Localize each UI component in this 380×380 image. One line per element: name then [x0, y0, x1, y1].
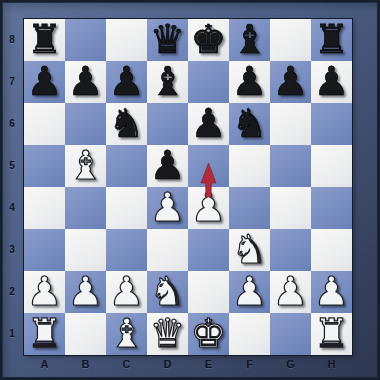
- white-knight-d2: ♞: [150, 271, 186, 311]
- square-h2[interactable]: ♟: [311, 271, 352, 313]
- file-label-c: C: [106, 358, 147, 370]
- square-f2[interactable]: ♟: [229, 271, 270, 313]
- black-knight-c6: ♞: [109, 103, 145, 143]
- chess-board: ♜♛♚♝♜♟♟♟♝♟♟♟♞♟♞♝♟♟♟♞♟♟♟♞♟♟♟♜♝♛♚♜: [24, 19, 352, 355]
- square-h8[interactable]: ♜: [311, 19, 352, 61]
- file-label-b: B: [65, 358, 106, 370]
- square-c6[interactable]: ♞: [106, 103, 147, 145]
- square-c3[interactable]: [106, 229, 147, 271]
- square-d7[interactable]: ♝: [147, 61, 188, 103]
- rank-label-3: 3: [0, 244, 24, 255]
- square-c4[interactable]: [106, 187, 147, 229]
- white-pawn-f2: ♟: [232, 271, 268, 311]
- square-f6[interactable]: ♞: [229, 103, 270, 145]
- square-a6[interactable]: [24, 103, 65, 145]
- square-h4[interactable]: [311, 187, 352, 229]
- rank-label-2: 2: [0, 286, 24, 297]
- square-d6[interactable]: [147, 103, 188, 145]
- square-e1[interactable]: ♚: [188, 313, 229, 355]
- square-c7[interactable]: ♟: [106, 61, 147, 103]
- file-label-e: E: [188, 358, 229, 370]
- square-d1[interactable]: ♛: [147, 313, 188, 355]
- black-pawn-e6: ♟: [191, 103, 227, 143]
- square-h3[interactable]: [311, 229, 352, 271]
- square-b2[interactable]: ♟: [65, 271, 106, 313]
- square-g8[interactable]: [270, 19, 311, 61]
- square-f3[interactable]: ♞: [229, 229, 270, 271]
- square-b5[interactable]: ♝: [65, 145, 106, 187]
- square-e4[interactable]: ♟: [188, 187, 229, 229]
- square-g6[interactable]: [270, 103, 311, 145]
- black-pawn-b7: ♟: [68, 61, 104, 101]
- black-pawn-f7: ♟: [232, 61, 268, 101]
- square-f8[interactable]: ♝: [229, 19, 270, 61]
- square-e7[interactable]: [188, 61, 229, 103]
- square-b4[interactable]: [65, 187, 106, 229]
- file-label-d: D: [147, 358, 188, 370]
- square-b8[interactable]: [65, 19, 106, 61]
- rank-label-6: 6: [0, 118, 24, 129]
- square-g4[interactable]: [270, 187, 311, 229]
- black-bishop-d7: ♝: [150, 61, 186, 101]
- rank-label-8: 8: [0, 34, 24, 45]
- square-b7[interactable]: ♟: [65, 61, 106, 103]
- square-h6[interactable]: [311, 103, 352, 145]
- square-a2[interactable]: ♟: [24, 271, 65, 313]
- square-h1[interactable]: ♜: [311, 313, 352, 355]
- square-h5[interactable]: [311, 145, 352, 187]
- white-king-e1: ♚: [191, 313, 227, 353]
- black-bishop-f8: ♝: [232, 19, 268, 59]
- white-rook-h1: ♜: [314, 313, 350, 353]
- square-d2[interactable]: ♞: [147, 271, 188, 313]
- square-e6[interactable]: ♟: [188, 103, 229, 145]
- square-b1[interactable]: [65, 313, 106, 355]
- square-c1[interactable]: ♝: [106, 313, 147, 355]
- square-b6[interactable]: [65, 103, 106, 145]
- square-d5[interactable]: ♟: [147, 145, 188, 187]
- square-a8[interactable]: ♜: [24, 19, 65, 61]
- square-a1[interactable]: ♜: [24, 313, 65, 355]
- square-f1[interactable]: [229, 313, 270, 355]
- rank-label-7: 7: [0, 76, 24, 87]
- square-e3[interactable]: [188, 229, 229, 271]
- square-d4[interactable]: ♟: [147, 187, 188, 229]
- square-e8[interactable]: ♚: [188, 19, 229, 61]
- black-pawn-a7: ♟: [27, 61, 63, 101]
- square-g7[interactable]: ♟: [270, 61, 311, 103]
- white-knight-f3: ♞: [232, 229, 268, 269]
- black-pawn-c7: ♟: [109, 61, 145, 101]
- black-pawn-d5: ♟: [150, 145, 186, 185]
- square-d8[interactable]: ♛: [147, 19, 188, 61]
- rank-label-5: 5: [0, 160, 24, 171]
- square-a4[interactable]: [24, 187, 65, 229]
- square-f5[interactable]: [229, 145, 270, 187]
- rank-label-1: 1: [0, 328, 24, 339]
- black-king-e8: ♚: [191, 19, 227, 59]
- white-pawn-g2: ♟: [273, 271, 309, 311]
- square-f4[interactable]: [229, 187, 270, 229]
- square-a7[interactable]: ♟: [24, 61, 65, 103]
- chess-app-window: ♜♛♚♝♜♟♟♟♝♟♟♟♞♟♞♝♟♟♟♞♟♟♟♞♟♟♟♜♝♛♚♜ 8765432…: [0, 0, 380, 380]
- white-pawn-e4: ♟: [191, 187, 227, 227]
- square-c5[interactable]: [106, 145, 147, 187]
- white-rook-a1: ♜: [27, 313, 63, 353]
- white-bishop-b5: ♝: [68, 145, 104, 185]
- file-label-f: F: [229, 358, 270, 370]
- square-a5[interactable]: [24, 145, 65, 187]
- black-queen-d8: ♛: [150, 19, 186, 59]
- black-knight-f6: ♞: [232, 103, 268, 143]
- square-a3[interactable]: [24, 229, 65, 271]
- square-b3[interactable]: [65, 229, 106, 271]
- white-pawn-c2: ♟: [109, 271, 145, 311]
- black-pawn-h7: ♟: [314, 61, 350, 101]
- square-g1[interactable]: [270, 313, 311, 355]
- white-pawn-a2: ♟: [27, 271, 63, 311]
- square-h7[interactable]: ♟: [311, 61, 352, 103]
- file-label-a: A: [24, 358, 65, 370]
- square-g2[interactable]: ♟: [270, 271, 311, 313]
- square-c8[interactable]: [106, 19, 147, 61]
- white-pawn-b2: ♟: [68, 271, 104, 311]
- square-g3[interactable]: [270, 229, 311, 271]
- white-bishop-c1: ♝: [109, 313, 145, 353]
- white-pawn-h2: ♟: [314, 271, 350, 311]
- black-rook-h8: ♜: [314, 19, 350, 59]
- square-d3[interactable]: [147, 229, 188, 271]
- file-label-h: H: [311, 358, 352, 370]
- square-e5[interactable]: [188, 145, 229, 187]
- white-queen-d1: ♛: [150, 313, 186, 353]
- black-rook-a8: ♜: [27, 19, 63, 59]
- white-pawn-d4: ♟: [150, 187, 186, 227]
- square-g5[interactable]: [270, 145, 311, 187]
- square-f7[interactable]: ♟: [229, 61, 270, 103]
- square-e2[interactable]: [188, 271, 229, 313]
- file-label-g: G: [270, 358, 311, 370]
- square-c2[interactable]: ♟: [106, 271, 147, 313]
- rank-label-4: 4: [0, 202, 24, 213]
- black-pawn-g7: ♟: [273, 61, 309, 101]
